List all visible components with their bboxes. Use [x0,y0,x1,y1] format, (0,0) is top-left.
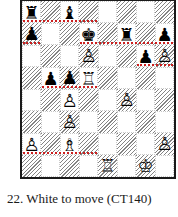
square-e7 [98,23,117,45]
white-bishop-c2: ♗ [61,134,78,154]
square-e3 [98,111,117,133]
square-h5 [155,67,174,89]
square-g6: ♟ [136,45,155,67]
square-c3: ♙ [60,111,79,133]
white-pawn-f4: ♙ [117,89,136,111]
square-a5 [22,67,41,89]
square-c5: ♟ [60,67,79,89]
square-g2 [136,133,155,155]
square-c4: ♙ [60,89,79,111]
white-rook-d5: ♖ [80,68,97,88]
black-pawn-h7: ♟ [156,24,173,44]
white-pawn-h2: ♙ [155,133,174,155]
square-h6: ♙ [155,45,174,67]
square-b7 [41,23,60,45]
diagram-caption: 22. White to move (CT140) [7,191,177,207]
square-a6 [22,45,41,67]
square-e6 [98,45,117,67]
black-bishop-c8: ♝ [61,2,78,22]
square-b1 [41,155,60,177]
square-g8 [136,1,155,23]
square-b3 [41,111,60,133]
square-c7 [60,23,79,45]
chess-board: ♜♝♟♚♜♟♙♟♙♟♟♖♙♙♙♙♗♙♖♔ [20,0,176,179]
black-king-d7: ♚ [80,24,97,44]
square-e2 [98,133,117,155]
square-a2: ♙ [22,133,41,155]
white-pawn-c3: ♙ [60,111,79,133]
square-d8 [79,1,98,23]
square-f2 [117,133,136,155]
black-pawn-a7: ♟ [22,23,41,45]
square-e4 [98,89,117,111]
black-pawn-c5: ♟ [60,67,79,89]
square-b6 [41,45,60,67]
black-pawn-b5: ♟ [42,68,59,88]
square-h4 [155,89,174,111]
square-f5 [117,67,136,89]
square-g3 [136,111,155,133]
square-f8 [117,1,136,23]
square-f3 [117,111,136,133]
square-h7: ♟ [155,23,174,45]
square-g4 [136,89,155,111]
square-c8: ♝ [60,1,79,23]
square-a7: ♟ [22,23,41,45]
square-b5: ♟ [41,67,60,89]
square-d3 [79,111,98,133]
square-a4 [22,89,41,111]
square-c2: ♗ [60,133,79,155]
white-king-g1: ♔ [136,155,155,177]
square-d2 [79,133,98,155]
square-b8 [41,1,60,23]
square-g7 [136,23,155,45]
square-c1 [60,155,79,177]
white-pawn-c4: ♙ [61,90,78,110]
square-f6 [117,45,136,67]
square-b2 [41,133,60,155]
square-d5: ♖ [79,67,98,89]
square-a3 [22,111,41,133]
black-pawn-g6: ♟ [137,46,154,66]
square-a1 [22,155,41,177]
square-f4: ♙ [117,89,136,111]
square-h1 [155,155,174,177]
square-h3 [155,111,174,133]
square-d7: ♚ [79,23,98,45]
white-pawn-a2: ♙ [23,134,40,154]
square-g1: ♔ [136,155,155,177]
square-a8: ♜ [22,1,41,23]
square-f7: ♜ [117,23,136,45]
square-h2: ♙ [155,133,174,155]
square-h8 [155,1,174,23]
square-e8 [98,1,117,23]
square-d4 [79,89,98,111]
white-rook-e1: ♖ [98,155,117,177]
square-d1 [79,155,98,177]
square-e1: ♖ [98,155,117,177]
square-b4 [41,89,60,111]
white-pawn-h6: ♙ [155,45,174,67]
square-g5 [136,67,155,89]
scanned-book-page: ♜♝♟♚♜♟♙♟♙♟♟♖♙♙♙♙♗♙♖♔ 22. White to move (… [0,0,178,217]
square-c6 [60,45,79,67]
square-f1 [117,155,136,177]
white-pawn-d6: ♙ [79,45,98,67]
square-e5 [98,67,117,89]
black-rook-a8: ♜ [23,2,40,22]
black-rook-f7: ♜ [118,24,135,44]
square-d6: ♙ [79,45,98,67]
